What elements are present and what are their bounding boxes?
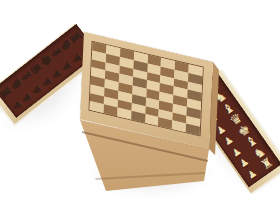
- board-square: [89, 101, 103, 113]
- chessboard: [89, 42, 202, 136]
- board-square: [172, 120, 186, 132]
- light-chess-piece: ♜: [259, 155, 276, 172]
- chess-box-photo: ♜♞♝♛♚♝♞♜♟♟♟♟♟♟♟♟ ♜♞♝♛♚♝♞♜♟♟♟♟♟♟♟♟: [0, 0, 280, 210]
- board-square: [145, 114, 159, 126]
- board-square: [117, 108, 131, 120]
- light-chess-piece: ♟: [245, 168, 258, 181]
- board-square: [186, 124, 200, 136]
- board-square: [131, 111, 145, 123]
- board-frame: [88, 41, 203, 137]
- board-square: [103, 104, 117, 116]
